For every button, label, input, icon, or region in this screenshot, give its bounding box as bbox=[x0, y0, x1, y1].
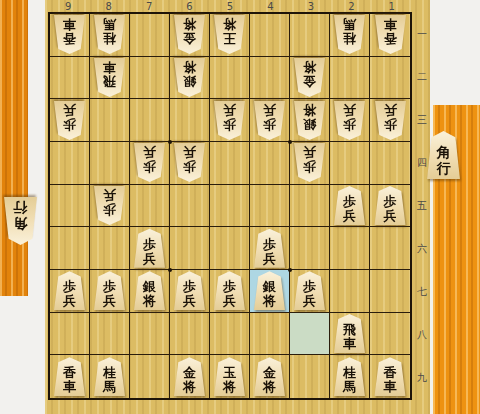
square-43[interactable]: 歩兵 bbox=[250, 99, 290, 142]
piece-gote: 飛車 bbox=[93, 58, 126, 97]
rank-label-1: 一 bbox=[414, 12, 430, 55]
piece-kanji: 王将 bbox=[213, 15, 246, 54]
square-97[interactable]: 歩兵 bbox=[50, 270, 90, 313]
board-grid: 香車桂馬金将王将桂馬香車飛車銀将金将歩兵歩兵歩兵銀将歩兵歩兵歩兵歩兵歩兵歩兵歩兵… bbox=[48, 12, 412, 400]
square-64[interactable]: 歩兵 bbox=[170, 142, 210, 185]
piece-kanji: 桂馬 bbox=[333, 15, 366, 54]
piece-kanji: 歩兵 bbox=[374, 101, 407, 140]
square-27[interactable] bbox=[330, 270, 370, 313]
piece-gote: 王将 bbox=[213, 15, 246, 54]
file-label-3: 3 bbox=[291, 0, 331, 12]
star-point bbox=[168, 140, 172, 144]
square-76[interactable]: 歩兵 bbox=[130, 227, 170, 270]
piece-gote: 歩兵 bbox=[173, 143, 206, 182]
piece-kanji: 金将 bbox=[173, 357, 206, 396]
square-81[interactable]: 桂馬 bbox=[90, 14, 130, 57]
square-89[interactable]: 桂馬 bbox=[90, 355, 130, 398]
square-75[interactable] bbox=[130, 185, 170, 228]
square-82[interactable]: 飛車 bbox=[90, 57, 130, 100]
piece-kanji: 歩兵 bbox=[374, 186, 407, 225]
file-label-4: 4 bbox=[250, 0, 290, 12]
square-79[interactable] bbox=[130, 355, 170, 398]
square-17[interactable] bbox=[370, 270, 410, 313]
piece-kanji: 歩兵 bbox=[293, 143, 326, 182]
piece-kanji: 香車 bbox=[53, 15, 86, 54]
piece-kanji: 桂馬 bbox=[93, 357, 126, 396]
square-96[interactable] bbox=[50, 227, 90, 270]
piece-gote: 歩兵 bbox=[374, 101, 407, 140]
piece-kanji: 銀将 bbox=[173, 58, 206, 97]
hand-piece-gote[interactable]: 角行 bbox=[3, 197, 38, 245]
square-31[interactable] bbox=[290, 14, 330, 57]
piece-gote: 金将 bbox=[293, 58, 326, 97]
piece-kanji: 歩兵 bbox=[133, 143, 166, 182]
piece-gote: 歩兵 bbox=[93, 186, 126, 225]
square-84[interactable] bbox=[90, 142, 130, 185]
piece-sente: 玉将 bbox=[213, 357, 246, 396]
piece-kanji: 銀将 bbox=[133, 271, 166, 310]
piece-gote: 歩兵 bbox=[53, 101, 86, 140]
piece-gote: 銀将 bbox=[173, 58, 206, 97]
square-18[interactable] bbox=[370, 313, 410, 356]
file-label-1: 1 bbox=[372, 0, 412, 12]
rank-label-2: 二 bbox=[414, 55, 430, 98]
square-95[interactable] bbox=[50, 185, 90, 228]
rank-label-7: 七 bbox=[414, 271, 430, 314]
square-28[interactable]: 飛車 bbox=[330, 313, 370, 356]
square-44[interactable] bbox=[250, 142, 290, 185]
piece-kanji: 歩兵 bbox=[93, 186, 126, 225]
square-72[interactable] bbox=[130, 57, 170, 100]
square-35[interactable] bbox=[290, 185, 330, 228]
piece-gote: 歩兵 bbox=[133, 143, 166, 182]
square-55[interactable] bbox=[210, 185, 250, 228]
hand-piece-sente[interactable]: 角行 bbox=[426, 131, 461, 179]
square-92[interactable] bbox=[50, 57, 90, 100]
piece-gote: 銀将 bbox=[293, 101, 326, 140]
square-68[interactable] bbox=[170, 313, 210, 356]
square-52[interactable] bbox=[210, 57, 250, 100]
square-37[interactable]: 歩兵 bbox=[290, 270, 330, 313]
piece-kanji: 金将 bbox=[293, 58, 326, 97]
piece-kanji: 歩兵 bbox=[53, 271, 86, 310]
piece-kanji: 歩兵 bbox=[133, 229, 166, 268]
file-label-8: 8 bbox=[88, 0, 128, 12]
square-85[interactable]: 歩兵 bbox=[90, 185, 130, 228]
square-53[interactable]: 歩兵 bbox=[210, 99, 250, 142]
piece-gote: 桂馬 bbox=[93, 15, 126, 54]
piece-kanji: 銀将 bbox=[293, 101, 326, 140]
square-36[interactable] bbox=[290, 227, 330, 270]
piece-kanji: 歩兵 bbox=[93, 271, 126, 310]
piece-sente: 桂馬 bbox=[333, 357, 366, 396]
piece-sente: 歩兵 bbox=[133, 229, 166, 268]
square-71[interactable] bbox=[130, 14, 170, 57]
piece-gote: 香車 bbox=[53, 15, 86, 54]
square-32[interactable]: 金将 bbox=[290, 57, 330, 100]
piece-sente: 歩兵 bbox=[253, 229, 286, 268]
piece-kanji: 歩兵 bbox=[213, 271, 246, 310]
piece-kanji: 香車 bbox=[53, 357, 86, 396]
rank-label-8: 八 bbox=[414, 314, 430, 357]
square-77[interactable]: 銀将 bbox=[130, 270, 170, 313]
piece-kanji: 桂馬 bbox=[93, 15, 126, 54]
square-47[interactable]: 銀将 bbox=[250, 270, 290, 313]
square-54[interactable] bbox=[210, 142, 250, 185]
square-22[interactable] bbox=[330, 57, 370, 100]
piece-kanji: 歩兵 bbox=[293, 271, 326, 310]
piece-kanji: 歩兵 bbox=[173, 143, 206, 182]
square-87[interactable]: 歩兵 bbox=[90, 270, 130, 313]
square-14[interactable] bbox=[370, 142, 410, 185]
square-73[interactable] bbox=[130, 99, 170, 142]
square-78[interactable] bbox=[130, 313, 170, 356]
square-23[interactable]: 歩兵 bbox=[330, 99, 370, 142]
piece-sente: 金将 bbox=[173, 357, 206, 396]
piece-kanji: 歩兵 bbox=[53, 101, 86, 140]
square-51[interactable]: 王将 bbox=[210, 14, 250, 57]
shogi-board: 987654321 香車桂馬金将王将桂馬香車飛車銀将金将歩兵歩兵歩兵銀将歩兵歩兵… bbox=[45, 0, 430, 414]
square-49[interactable]: 金将 bbox=[250, 355, 290, 398]
piece-sente: 金将 bbox=[253, 357, 286, 396]
piece-gote: 金将 bbox=[173, 15, 206, 54]
square-59[interactable]: 玉将 bbox=[210, 355, 250, 398]
square-74[interactable]: 歩兵 bbox=[130, 142, 170, 185]
square-91[interactable]: 香車 bbox=[50, 14, 90, 57]
square-86[interactable] bbox=[90, 227, 130, 270]
piece-kanji: 歩兵 bbox=[333, 186, 366, 225]
piece-sente: 香車 bbox=[374, 357, 407, 396]
rank-label-5: 五 bbox=[414, 184, 430, 227]
piece-kanji: 玉将 bbox=[213, 357, 246, 396]
file-label-7: 7 bbox=[129, 0, 169, 12]
sente-hand: 角行 bbox=[426, 131, 461, 179]
piece-kanji: 飛車 bbox=[333, 314, 366, 353]
square-69[interactable]: 金将 bbox=[170, 355, 210, 398]
square-15[interactable]: 歩兵 bbox=[370, 185, 410, 228]
square-12[interactable] bbox=[370, 57, 410, 100]
piece-kanji: 金将 bbox=[173, 15, 206, 54]
square-56[interactable] bbox=[210, 227, 250, 270]
piece-kanji: 歩兵 bbox=[253, 101, 286, 140]
piece-sente: 歩兵 bbox=[374, 186, 407, 225]
square-58[interactable] bbox=[210, 313, 250, 356]
rank-label-9: 九 bbox=[414, 357, 430, 400]
piece-gote: 歩兵 bbox=[213, 101, 246, 140]
square-41[interactable] bbox=[250, 14, 290, 57]
piece-sente: 飛車 bbox=[333, 314, 366, 353]
piece-sente: 歩兵 bbox=[93, 271, 126, 310]
piece-sente: 歩兵 bbox=[293, 271, 326, 310]
square-21[interactable]: 桂馬 bbox=[330, 14, 370, 57]
square-61[interactable]: 金将 bbox=[170, 14, 210, 57]
piece-kanji: 香車 bbox=[374, 357, 407, 396]
piece-sente: 香車 bbox=[53, 357, 86, 396]
piece-kanji: 角行 bbox=[426, 131, 461, 179]
square-98[interactable] bbox=[50, 313, 90, 356]
piece-kanji: 歩兵 bbox=[333, 101, 366, 140]
piece-gote: 歩兵 bbox=[333, 101, 366, 140]
shogi-app: 角行 987654321 香車桂馬金将王将桂馬香車飛車銀将金将歩兵歩兵歩兵銀将歩… bbox=[0, 0, 480, 414]
piece-kanji: 金将 bbox=[253, 357, 286, 396]
square-67[interactable]: 歩兵 bbox=[170, 270, 210, 313]
piece-sente: 歩兵 bbox=[213, 271, 246, 310]
square-62[interactable]: 銀将 bbox=[170, 57, 210, 100]
square-66[interactable] bbox=[170, 227, 210, 270]
piece-gote: 桂馬 bbox=[333, 15, 366, 54]
square-99[interactable]: 香車 bbox=[50, 355, 90, 398]
piece-kanji: 飛車 bbox=[93, 58, 126, 97]
piece-gote: 香車 bbox=[374, 15, 407, 54]
piece-sente: 歩兵 bbox=[53, 271, 86, 310]
square-83[interactable] bbox=[90, 99, 130, 142]
piece-kanji: 銀将 bbox=[253, 271, 286, 310]
file-label-9: 9 bbox=[48, 0, 88, 12]
square-34[interactable]: 歩兵 bbox=[290, 142, 330, 185]
star-point bbox=[288, 140, 292, 144]
square-29[interactable]: 桂馬 bbox=[330, 355, 370, 398]
piece-kanji: 歩兵 bbox=[253, 229, 286, 268]
gote-hand: 角行 bbox=[3, 197, 38, 245]
square-16[interactable] bbox=[370, 227, 410, 270]
piece-kanji: 歩兵 bbox=[173, 271, 206, 310]
square-42[interactable] bbox=[250, 57, 290, 100]
square-94[interactable] bbox=[50, 142, 90, 185]
piece-gote: 歩兵 bbox=[253, 101, 286, 140]
square-33[interactable]: 銀将 bbox=[290, 99, 330, 142]
square-25[interactable]: 歩兵 bbox=[330, 185, 370, 228]
square-39[interactable] bbox=[290, 355, 330, 398]
square-88[interactable] bbox=[90, 313, 130, 356]
square-65[interactable] bbox=[170, 185, 210, 228]
square-19[interactable]: 香車 bbox=[370, 355, 410, 398]
piece-sente: 銀将 bbox=[253, 271, 286, 310]
piece-kanji: 香車 bbox=[374, 15, 407, 54]
piece-sente: 歩兵 bbox=[333, 186, 366, 225]
piece-sente: 歩兵 bbox=[173, 271, 206, 310]
square-57[interactable]: 歩兵 bbox=[210, 270, 250, 313]
file-labels: 987654321 bbox=[48, 0, 412, 12]
star-point bbox=[288, 268, 292, 272]
square-11[interactable]: 香車 bbox=[370, 14, 410, 57]
square-24[interactable] bbox=[330, 142, 370, 185]
piece-kanji: 歩兵 bbox=[213, 101, 246, 140]
piece-sente: 桂馬 bbox=[93, 357, 126, 396]
square-48[interactable] bbox=[250, 313, 290, 356]
piece-kanji: 桂馬 bbox=[333, 357, 366, 396]
file-label-6: 6 bbox=[169, 0, 209, 12]
file-label-2: 2 bbox=[331, 0, 371, 12]
star-point bbox=[168, 268, 172, 272]
rank-labels: 一二三四五六七八九 bbox=[414, 12, 430, 400]
square-38[interactable] bbox=[290, 313, 330, 356]
square-26[interactable] bbox=[330, 227, 370, 270]
square-13[interactable]: 歩兵 bbox=[370, 99, 410, 142]
rank-label-6: 六 bbox=[414, 228, 430, 271]
square-93[interactable]: 歩兵 bbox=[50, 99, 90, 142]
piece-sente: 銀将 bbox=[133, 271, 166, 310]
piece-kanji: 角行 bbox=[3, 197, 38, 245]
file-label-5: 5 bbox=[210, 0, 250, 12]
gote-komadai bbox=[0, 0, 28, 296]
square-63[interactable] bbox=[170, 99, 210, 142]
piece-gote: 歩兵 bbox=[293, 143, 326, 182]
square-45[interactable] bbox=[250, 185, 290, 228]
square-46[interactable]: 歩兵 bbox=[250, 227, 290, 270]
